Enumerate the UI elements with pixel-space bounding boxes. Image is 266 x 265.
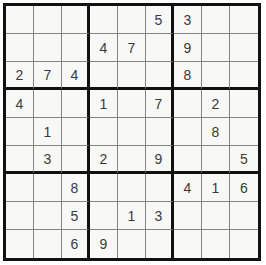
cell-r2c3[interactable] xyxy=(62,34,90,62)
cell-r3c2: 7 xyxy=(34,62,62,90)
cell-r2c2[interactable] xyxy=(34,34,62,62)
cell-r6c9: 5 xyxy=(230,146,258,174)
cell-r3c5[interactable] xyxy=(118,62,146,90)
cell-r5c4[interactable] xyxy=(90,118,118,146)
cell-r5c3[interactable] xyxy=(62,118,90,146)
cell-r5c9[interactable] xyxy=(230,118,258,146)
cell-r9c8[interactable] xyxy=(202,230,230,258)
cell-r6c4: 2 xyxy=(90,146,118,174)
cell-r5c1[interactable] xyxy=(6,118,34,146)
cell-r6c1[interactable] xyxy=(6,146,34,174)
cell-r7c8: 1 xyxy=(202,174,230,202)
cell-r7c4[interactable] xyxy=(90,174,118,202)
cell-r2c5: 7 xyxy=(118,34,146,62)
cell-r1c9[interactable] xyxy=(230,6,258,34)
cell-r3c7: 8 xyxy=(174,62,202,90)
cell-r3c4[interactable] xyxy=(90,62,118,90)
cell-r4c1: 4 xyxy=(6,90,34,118)
cell-r8c6: 3 xyxy=(146,202,174,230)
cell-r7c3: 8 xyxy=(62,174,90,202)
cell-r1c7: 3 xyxy=(174,6,202,34)
cell-r2c4: 4 xyxy=(90,34,118,62)
cell-r8c7[interactable] xyxy=(174,202,202,230)
cell-r9c7[interactable] xyxy=(174,230,202,258)
cell-r8c4[interactable] xyxy=(90,202,118,230)
cell-r1c1[interactable] xyxy=(6,6,34,34)
cell-r4c7[interactable] xyxy=(174,90,202,118)
cell-r4c8: 2 xyxy=(202,90,230,118)
cell-r8c3: 5 xyxy=(62,202,90,230)
cell-r5c6[interactable] xyxy=(146,118,174,146)
cell-r3c1: 2 xyxy=(6,62,34,90)
cell-r8c5: 1 xyxy=(118,202,146,230)
cell-r1c8[interactable] xyxy=(202,6,230,34)
cell-r9c4: 9 xyxy=(90,230,118,258)
cell-r4c6: 7 xyxy=(146,90,174,118)
cell-r4c5[interactable] xyxy=(118,90,146,118)
cell-r4c4: 1 xyxy=(90,90,118,118)
cell-r4c9[interactable] xyxy=(230,90,258,118)
cell-r5c2: 1 xyxy=(34,118,62,146)
cell-r2c1[interactable] xyxy=(6,34,34,62)
cell-r6c6: 9 xyxy=(146,146,174,174)
cell-r3c3: 4 xyxy=(62,62,90,90)
cell-r7c9: 6 xyxy=(230,174,258,202)
sudoku-board: 5347927484172183295841651369 xyxy=(3,3,261,261)
cell-r8c2[interactable] xyxy=(34,202,62,230)
cell-r7c1[interactable] xyxy=(6,174,34,202)
cell-r6c3[interactable] xyxy=(62,146,90,174)
cell-r7c5[interactable] xyxy=(118,174,146,202)
cell-r1c3[interactable] xyxy=(62,6,90,34)
cell-r7c2[interactable] xyxy=(34,174,62,202)
cell-r2c7: 9 xyxy=(174,34,202,62)
cell-r5c7[interactable] xyxy=(174,118,202,146)
cell-r3c6[interactable] xyxy=(146,62,174,90)
cell-r1c2[interactable] xyxy=(34,6,62,34)
cell-r1c6: 5 xyxy=(146,6,174,34)
cell-r2c8[interactable] xyxy=(202,34,230,62)
cell-r2c9[interactable] xyxy=(230,34,258,62)
cell-r8c8[interactable] xyxy=(202,202,230,230)
cell-r6c2: 3 xyxy=(34,146,62,174)
cell-r7c7: 4 xyxy=(174,174,202,202)
cell-r5c5[interactable] xyxy=(118,118,146,146)
cell-r2c6[interactable] xyxy=(146,34,174,62)
cell-r8c9[interactable] xyxy=(230,202,258,230)
cell-r5c8: 8 xyxy=(202,118,230,146)
cell-r9c5[interactable] xyxy=(118,230,146,258)
cell-r3c9[interactable] xyxy=(230,62,258,90)
cell-r9c3: 6 xyxy=(62,230,90,258)
cell-r6c5[interactable] xyxy=(118,146,146,174)
cell-r7c6[interactable] xyxy=(146,174,174,202)
cell-r6c7[interactable] xyxy=(174,146,202,174)
cell-r3c8[interactable] xyxy=(202,62,230,90)
cell-r4c2[interactable] xyxy=(34,90,62,118)
cell-r4c3[interactable] xyxy=(62,90,90,118)
cell-r9c2[interactable] xyxy=(34,230,62,258)
cell-r6c8[interactable] xyxy=(202,146,230,174)
cell-r8c1[interactable] xyxy=(6,202,34,230)
cell-r9c6[interactable] xyxy=(146,230,174,258)
cell-r1c5[interactable] xyxy=(118,6,146,34)
cell-r1c4[interactable] xyxy=(90,6,118,34)
cell-r9c9[interactable] xyxy=(230,230,258,258)
cell-r9c1[interactable] xyxy=(6,230,34,258)
